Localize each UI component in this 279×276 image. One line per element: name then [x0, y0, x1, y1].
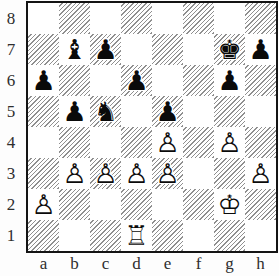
square-e2 [152, 189, 183, 220]
square-e6 [152, 65, 183, 96]
square-c6 [90, 65, 121, 96]
file-labels: a b c d e f g h [28, 252, 276, 276]
square-a8 [28, 3, 59, 34]
square-c8 [90, 3, 121, 34]
file-label-g: g [214, 252, 245, 276]
square-h4 [245, 127, 276, 158]
square-d2 [121, 189, 152, 220]
square-g8 [214, 3, 245, 34]
square-h5 [245, 96, 276, 127]
square-e1 [152, 220, 183, 251]
square-h6 [245, 65, 276, 96]
square-b8 [59, 3, 90, 34]
square-h1 [245, 220, 276, 251]
square-a6 [28, 65, 59, 96]
square-d1 [121, 220, 152, 251]
square-a1 [28, 220, 59, 251]
rank-label-2: 2 [0, 189, 22, 220]
file-label-a: a [28, 252, 59, 276]
square-b5 [59, 96, 90, 127]
square-f1 [183, 220, 214, 251]
square-e3 [152, 158, 183, 189]
file-label-f: f [183, 252, 214, 276]
file-label-c: c [90, 252, 121, 276]
square-a2 [28, 189, 59, 220]
square-g7 [214, 34, 245, 65]
rank-label-5: 5 [0, 96, 22, 127]
square-c5 [90, 96, 121, 127]
file-label-d: d [121, 252, 152, 276]
square-d7 [121, 34, 152, 65]
square-d4 [121, 127, 152, 158]
square-f4 [183, 127, 214, 158]
square-g6 [214, 65, 245, 96]
square-f2 [183, 189, 214, 220]
square-f7 [183, 34, 214, 65]
square-c7 [90, 34, 121, 65]
square-c4 [90, 127, 121, 158]
rank-label-1: 1 [0, 220, 22, 251]
square-b1 [59, 220, 90, 251]
square-d8 [121, 3, 152, 34]
square-e7 [152, 34, 183, 65]
square-g4 [214, 127, 245, 158]
square-e8 [152, 3, 183, 34]
file-label-b: b [59, 252, 90, 276]
square-f8 [183, 3, 214, 34]
square-d6 [121, 65, 152, 96]
square-b4 [59, 127, 90, 158]
square-h8 [245, 3, 276, 34]
square-f5 [183, 96, 214, 127]
square-a7 [28, 34, 59, 65]
file-label-e: e [152, 252, 183, 276]
square-a4 [28, 127, 59, 158]
square-e4 [152, 127, 183, 158]
square-e5 [152, 96, 183, 127]
square-b6 [59, 65, 90, 96]
square-g2 [214, 189, 245, 220]
rank-labels: 8 7 6 5 4 3 2 1 [0, 3, 22, 251]
square-h3 [245, 158, 276, 189]
square-d3 [121, 158, 152, 189]
rank-label-6: 6 [0, 65, 22, 96]
square-g3 [214, 158, 245, 189]
file-label-h: h [245, 252, 276, 276]
square-a3 [28, 158, 59, 189]
square-c2 [90, 189, 121, 220]
square-f6 [183, 65, 214, 96]
rank-label-8: 8 [0, 3, 22, 34]
square-b2 [59, 189, 90, 220]
square-b3 [59, 158, 90, 189]
square-h2 [245, 189, 276, 220]
square-f3 [183, 158, 214, 189]
square-g1 [214, 220, 245, 251]
rank-label-7: 7 [0, 34, 22, 65]
square-c1 [90, 220, 121, 251]
chess-board: ♝♝♟♟♚♚♟♟♟♟♟♟♟♟♟♟♞♞♟♟♟♙♟♙♟♙♟♙♟♙♟♙♟♙♟♙♚♔♜♖ [26, 1, 278, 253]
square-b7 [59, 34, 90, 65]
chess-diagram: 8 7 6 5 4 3 2 1 ♝♝♟♟♚♚♟♟♟♟♟♟♟♟♟♟♞♞♟♟♟♙♟♙… [0, 0, 279, 276]
rank-label-4: 4 [0, 127, 22, 158]
rank-label-3: 3 [0, 158, 22, 189]
square-a5 [28, 96, 59, 127]
square-d5 [121, 96, 152, 127]
square-g5 [214, 96, 245, 127]
square-h7 [245, 34, 276, 65]
square-c3 [90, 158, 121, 189]
